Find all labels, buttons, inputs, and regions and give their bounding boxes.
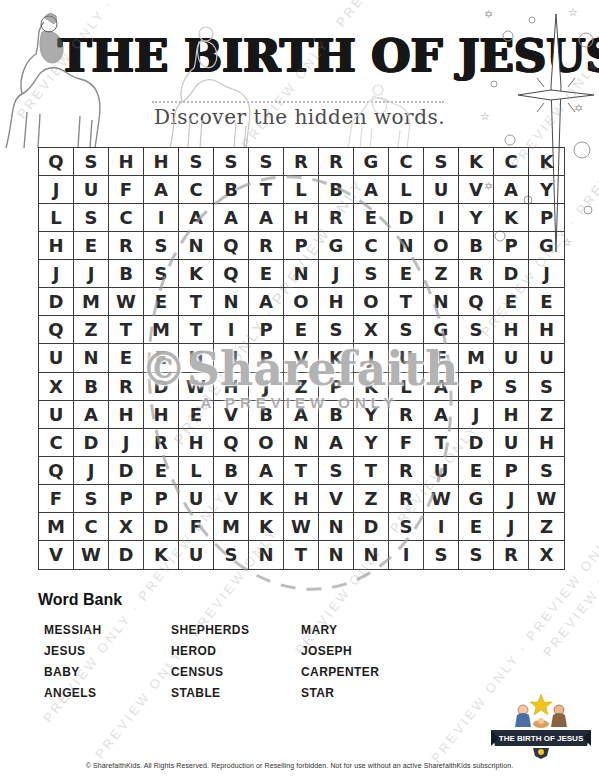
grid-cell-r5c4: S: [144, 260, 179, 288]
grid-cell-r6c10: O: [354, 288, 389, 316]
grid-cell-r2c6: B: [214, 176, 249, 204]
grid-cell-r14c6: M: [214, 513, 249, 541]
grid-cell-r3c13: Y: [459, 204, 494, 232]
grid-cell-r12c1: Q: [39, 457, 74, 485]
word-bank-column: SHEPHERDSHERODCENSUSSTABLE: [171, 620, 301, 704]
grid-cell-r3c5: A: [179, 204, 214, 232]
grid-cell-r14c5: F: [179, 513, 214, 541]
grid-cell-r14c14: J: [494, 513, 529, 541]
grid-cell-r13c15: W: [529, 485, 564, 513]
grid-cell-r1c13: K: [459, 148, 494, 176]
grid-cell-r13c11: R: [389, 485, 424, 513]
word-bank-word: ANGELS: [44, 683, 171, 704]
grid-cell-r2c15: Y: [529, 176, 564, 204]
grid-cell-r11c12: T: [424, 429, 459, 457]
grid-cell-r15c4: K: [144, 541, 179, 569]
grid-cell-r5c10: S: [354, 260, 389, 288]
grid-cell-r5c15: J: [529, 260, 564, 288]
grid-cell-r14c4: D: [144, 513, 179, 541]
grid-cell-r6c12: N: [424, 288, 459, 316]
word-bank-word: JOSEPH: [301, 641, 428, 662]
word-bank-heading: Word Bank: [38, 591, 122, 609]
grid-cell-r1c12: S: [424, 148, 459, 176]
grid-cell-r13c13: G: [459, 485, 494, 513]
grid-cell-r15c6: S: [214, 541, 249, 569]
grid-cell-r4c12: O: [424, 232, 459, 260]
grid-cell-r5c1: J: [39, 260, 74, 288]
grid-cell-r13c12: W: [424, 485, 459, 513]
grid-cell-r4c1: H: [39, 232, 74, 260]
grid-cell-r4c11: N: [389, 232, 424, 260]
word-bank-word: STABLE: [171, 683, 301, 704]
grid-cell-r11c14: U: [494, 429, 529, 457]
grid-cell-r3c14: K: [494, 204, 529, 232]
svg-text:☆: ☆: [480, 110, 490, 123]
grid-cell-r14c7: K: [249, 513, 284, 541]
grid-cell-r11c1: C: [39, 429, 74, 457]
grid-cell-r11c15: H: [529, 429, 564, 457]
sharefaith-watermark-text: ©Sharefaith: [0, 344, 599, 394]
grid-cell-r13c1: F: [39, 485, 74, 513]
grid-cell-r3c3: C: [109, 204, 144, 232]
grid-cell-r2c7: T: [249, 176, 284, 204]
grid-cell-r3c1: L: [39, 204, 74, 232]
grid-cell-r12c2: J: [74, 457, 109, 485]
grid-cell-r12c3: D: [109, 457, 144, 485]
grid-cell-r3c4: I: [144, 204, 179, 232]
grid-cell-r6c6: N: [214, 288, 249, 316]
grid-cell-r11c3: J: [109, 429, 144, 457]
grid-cell-r7c5: T: [179, 316, 214, 344]
grid-cell-r15c14: R: [494, 541, 529, 569]
grid-cell-r12c8: T: [284, 457, 319, 485]
grid-cell-r12c11: R: [389, 457, 424, 485]
grid-cell-r14c1: M: [39, 513, 74, 541]
grid-cell-r15c1: V: [39, 541, 74, 569]
grid-cell-r13c14: J: [494, 485, 529, 513]
grid-cell-r6c4: E: [144, 288, 179, 316]
grid-cell-r3c11: D: [389, 204, 424, 232]
grid-cell-r12c15: S: [529, 457, 564, 485]
grid-cell-r7c13: S: [459, 316, 494, 344]
grid-cell-r12c10: T: [354, 457, 389, 485]
grid-cell-r12c12: U: [424, 457, 459, 485]
grid-cell-r5c12: Z: [424, 260, 459, 288]
grid-cell-r5c2: J: [74, 260, 109, 288]
grid-cell-r14c3: X: [109, 513, 144, 541]
grid-cell-r2c5: C: [179, 176, 214, 204]
grid-cell-r15c15: X: [529, 541, 564, 569]
grid-cell-r5c5: K: [179, 260, 214, 288]
grid-cell-r6c15: E: [529, 288, 564, 316]
grid-cell-r13c9: V: [319, 485, 354, 513]
grid-cell-r4c4: S: [144, 232, 179, 260]
grid-cell-r11c8: N: [284, 429, 319, 457]
grid-cell-r4c10: C: [354, 232, 389, 260]
grid-cell-r4c13: B: [459, 232, 494, 260]
word-bank-word: HEROD: [171, 641, 301, 662]
grid-cell-r2c10: A: [354, 176, 389, 204]
grid-cell-r5c9: J: [319, 260, 354, 288]
grid-cell-r15c5: U: [179, 541, 214, 569]
grid-cell-r14c2: C: [74, 513, 109, 541]
grid-cell-r11c2: D: [74, 429, 109, 457]
grid-cell-r5c8: N: [284, 260, 319, 288]
grid-cell-r13c5: U: [179, 485, 214, 513]
preview-only-watermark-text: A PREVIEW ONLY: [0, 394, 599, 411]
grid-cell-r1c11: C: [389, 148, 424, 176]
grid-cell-r6c5: T: [179, 288, 214, 316]
word-bank-column: MESSIAHJESUSBABYANGELS: [44, 620, 171, 704]
grid-cell-r7c7: P: [249, 316, 284, 344]
grid-cell-r6c1: D: [39, 288, 74, 316]
grid-cell-r2c12: U: [424, 176, 459, 204]
grid-cell-r2c9: B: [319, 176, 354, 204]
grid-cell-r3c6: A: [214, 204, 249, 232]
grid-cell-r15c9: N: [319, 541, 354, 569]
logo-banner: THE BIRTH OF JESUS: [491, 730, 591, 746]
grid-cell-r1c7: S: [249, 148, 284, 176]
grid-cell-r14c15: Z: [529, 513, 564, 541]
grid-cell-r3c12: I: [424, 204, 459, 232]
grid-cell-r5c13: R: [459, 260, 494, 288]
grid-cell-r4c15: G: [529, 232, 564, 260]
grid-cell-r7c11: S: [389, 316, 424, 344]
grid-cell-r7c8: E: [284, 316, 319, 344]
grid-cell-r11c7: O: [249, 429, 284, 457]
grid-cell-r2c3: F: [109, 176, 144, 204]
copyright-text: © SharefaithKids. All Rights Reserved. R…: [0, 762, 599, 769]
grid-cell-r7c3: T: [109, 316, 144, 344]
grid-cell-r4c8: P: [284, 232, 319, 260]
grid-cell-r1c10: G: [354, 148, 389, 176]
grid-cell-r12c5: L: [179, 457, 214, 485]
grid-cell-r2c14: A: [494, 176, 529, 204]
grid-cell-r13c10: Z: [354, 485, 389, 513]
grid-cell-r1c14: C: [494, 148, 529, 176]
word-bank-word: SHEPHERDS: [171, 620, 301, 641]
grid-cell-r15c11: I: [389, 541, 424, 569]
grid-cell-r7c2: Z: [74, 316, 109, 344]
grid-cell-r1c8: R: [284, 148, 319, 176]
sharefaith-kids-logo: THE BIRTH OF JESUS: [489, 692, 593, 760]
grid-cell-r7c6: I: [214, 316, 249, 344]
grid-cell-r3c7: A: [249, 204, 284, 232]
grid-cell-r15c13: S: [459, 541, 494, 569]
grid-cell-r13c7: K: [249, 485, 284, 513]
grid-cell-r3c9: R: [319, 204, 354, 232]
grid-cell-r15c12: S: [424, 541, 459, 569]
grid-cell-r12c14: P: [494, 457, 529, 485]
grid-cell-r4c5: N: [179, 232, 214, 260]
grid-cell-r15c8: T: [284, 541, 319, 569]
grid-cell-r11c10: Y: [354, 429, 389, 457]
word-bank-word: BABY: [44, 662, 171, 683]
grid-cell-r2c8: L: [284, 176, 319, 204]
grid-cell-r1c5: S: [179, 148, 214, 176]
grid-cell-r7c1: Q: [39, 316, 74, 344]
svg-text:✡: ✡: [484, 8, 493, 21]
wise-men-illustration: [0, 0, 440, 150]
grid-cell-r5c3: B: [109, 260, 144, 288]
svg-text:☆: ☆: [568, 6, 578, 19]
grid-cell-r12c13: E: [459, 457, 494, 485]
grid-cell-r2c13: V: [459, 176, 494, 204]
grid-cell-r11c13: D: [459, 429, 494, 457]
grid-cell-r1c4: H: [144, 148, 179, 176]
grid-cell-r3c10: E: [354, 204, 389, 232]
word-bank-column: MARYJOSEPHCARPENTERSTAR: [301, 620, 428, 704]
grid-cell-r15c3: D: [109, 541, 144, 569]
grid-cell-r7c15: H: [529, 316, 564, 344]
grid-cell-r5c14: D: [494, 260, 529, 288]
grid-cell-r6c13: Q: [459, 288, 494, 316]
grid-cell-r11c5: H: [179, 429, 214, 457]
grid-cell-r4c3: R: [109, 232, 144, 260]
grid-cell-r1c15: K: [529, 148, 564, 176]
grid-cell-r1c9: R: [319, 148, 354, 176]
grid-cell-r7c10: X: [354, 316, 389, 344]
grid-cell-r14c12: I: [424, 513, 459, 541]
grid-cell-r14c8: W: [284, 513, 319, 541]
grid-cell-r2c1: J: [39, 176, 74, 204]
grid-cell-r2c11: L: [389, 176, 424, 204]
grid-cell-r1c3: H: [109, 148, 144, 176]
grid-cell-r12c9: S: [319, 457, 354, 485]
grid-cell-r6c14: E: [494, 288, 529, 316]
grid-cell-r12c6: B: [214, 457, 249, 485]
grid-cell-r6c7: A: [249, 288, 284, 316]
logo-star-icon: [530, 694, 552, 715]
grid-cell-r13c4: P: [144, 485, 179, 513]
grid-cell-r7c9: S: [319, 316, 354, 344]
grid-cell-r1c1: Q: [39, 148, 74, 176]
word-bank-word: CENSUS: [171, 662, 301, 683]
grid-cell-r4c7: R: [249, 232, 284, 260]
grid-cell-r5c11: E: [389, 260, 424, 288]
word-bank-word: MESSIAH: [44, 620, 171, 641]
svg-text:✡: ✡: [574, 102, 583, 115]
word-bank-word: MARY: [301, 620, 428, 641]
grid-cell-r3c15: P: [529, 204, 564, 232]
grid-cell-r12c4: E: [144, 457, 179, 485]
grid-cell-r6c3: W: [109, 288, 144, 316]
grid-cell-r2c4: A: [144, 176, 179, 204]
grid-cell-r6c8: O: [284, 288, 319, 316]
grid-cell-r14c11: S: [389, 513, 424, 541]
grid-cell-r14c10: D: [354, 513, 389, 541]
grid-cell-r15c2: W: [74, 541, 109, 569]
grid-cell-r11c11: F: [389, 429, 424, 457]
grid-cell-r7c14: H: [494, 316, 529, 344]
grid-cell-r4c9: G: [319, 232, 354, 260]
grid-cell-r6c11: T: [389, 288, 424, 316]
grid-cell-r1c6: S: [214, 148, 249, 176]
grid-cell-r14c9: N: [319, 513, 354, 541]
grid-cell-r7c4: M: [144, 316, 179, 344]
sharefaith-watermark: ©Sharefaith A PREVIEW ONLY: [0, 344, 599, 411]
grid-cell-r15c10: N: [354, 541, 389, 569]
grid-cell-r13c8: H: [284, 485, 319, 513]
grid-cell-r2c2: U: [74, 176, 109, 204]
grid-cell-r14c13: E: [459, 513, 494, 541]
grid-cell-r12c7: A: [249, 457, 284, 485]
logo-banner-text: THE BIRTH OF JESUS: [499, 734, 584, 743]
grid-cell-r5c6: Q: [214, 260, 249, 288]
grid-cell-r13c3: P: [109, 485, 144, 513]
grid-cell-r6c2: M: [74, 288, 109, 316]
word-bank-word: CARPENTER: [301, 662, 428, 683]
grid-cell-r3c2: S: [74, 204, 109, 232]
grid-cell-r4c14: P: [494, 232, 529, 260]
grid-cell-r11c9: A: [319, 429, 354, 457]
word-bank-word: STAR: [301, 683, 428, 704]
grid-cell-r13c2: S: [74, 485, 109, 513]
grid-cell-r4c6: Q: [214, 232, 249, 260]
grid-cell-r3c8: H: [284, 204, 319, 232]
word-bank-word: JESUS: [44, 641, 171, 662]
grid-cell-r13c6: V: [214, 485, 249, 513]
grid-cell-r4c2: E: [74, 232, 109, 260]
grid-cell-r1c2: S: [74, 148, 109, 176]
word-bank: MESSIAHJESUSBABYANGELSSHEPHERDSHERODCENS…: [44, 620, 464, 704]
grid-cell-r7c12: G: [424, 316, 459, 344]
grid-cell-r5c7: E: [249, 260, 284, 288]
grid-cell-r6c9: H: [319, 288, 354, 316]
grid-cell-r11c6: Q: [214, 429, 249, 457]
grid-cell-r11c4: R: [144, 429, 179, 457]
grid-cell-r15c7: N: [249, 541, 284, 569]
